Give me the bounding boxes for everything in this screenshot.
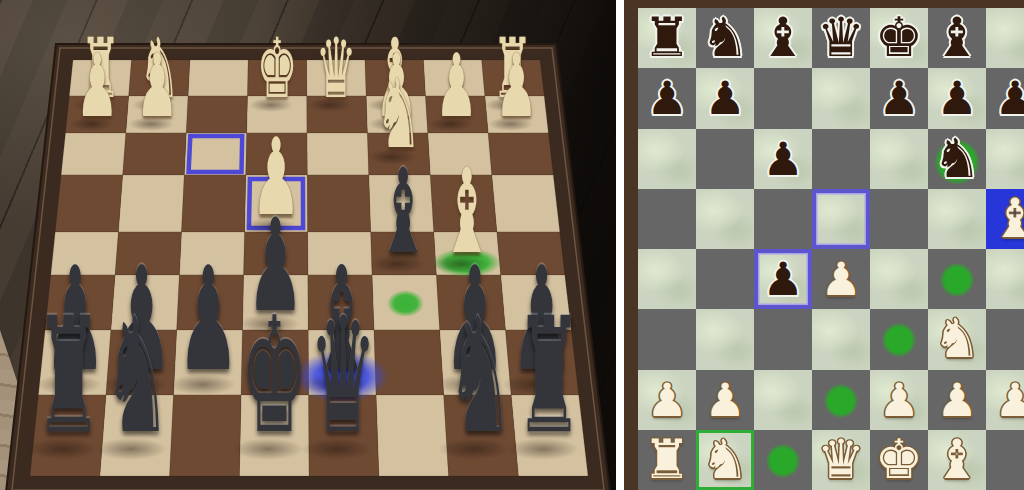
piece-2d-black-knight-f6[interactable]: ♞ bbox=[928, 129, 986, 189]
square-3d-f2[interactable] bbox=[186, 96, 247, 133]
square-2d-b5[interactable] bbox=[696, 189, 754, 249]
square-2d-g8[interactable] bbox=[986, 8, 1024, 68]
piece-2d-black-queen-d8[interactable]: ♛ bbox=[812, 8, 870, 68]
piece-2d-white-knight-b1[interactable]: ♞ bbox=[696, 430, 754, 490]
piece-2d-black-pawn-e7[interactable]: ♟ bbox=[870, 68, 928, 128]
square-2d-c2[interactable] bbox=[754, 370, 812, 430]
last-move-from-d5 bbox=[812, 189, 870, 249]
piece-2d-white-pawn-e2[interactable]: ♟ bbox=[870, 370, 928, 430]
piece-3d-black-queen-d8[interactable]: ♛ bbox=[309, 297, 377, 457]
square-2d-g4[interactable] bbox=[986, 249, 1024, 309]
piece-2d-black-pawn-f7[interactable]: ♟ bbox=[928, 68, 986, 128]
square-3d-a3[interactable] bbox=[488, 133, 553, 175]
square-3d-h4[interactable] bbox=[55, 175, 122, 232]
square-3d-f8[interactable] bbox=[170, 395, 242, 476]
move-dot-2d-d2[interactable] bbox=[824, 384, 858, 418]
piece-2d-black-pawn-b7[interactable]: ♟ bbox=[696, 68, 754, 128]
piece-2d-white-knight-f3[interactable]: ♞ bbox=[928, 309, 986, 369]
square-2d-d6[interactable] bbox=[812, 129, 870, 189]
square-2d-f5[interactable] bbox=[928, 189, 986, 249]
square-3d-f1[interactable] bbox=[188, 60, 248, 96]
square-2d-g3[interactable] bbox=[986, 309, 1024, 369]
square-2d-d3[interactable] bbox=[812, 309, 870, 369]
square-3d-a4[interactable] bbox=[492, 175, 560, 232]
piece-3d-black-pawn-f7[interactable]: ♟ bbox=[177, 248, 240, 391]
square-3d-g4[interactable] bbox=[118, 175, 184, 232]
square-3d-f3[interactable] bbox=[184, 133, 246, 175]
board-2d-panel[interactable]: ♜♞♝♛♚♝♜♟♟♟♟♟♟♟♞♟♟♝♞♟♟♟♟♟♟♜♞♛♚♝♜ bbox=[616, 0, 1024, 490]
square-2d-c3[interactable] bbox=[754, 309, 812, 369]
square-3d-d3[interactable] bbox=[307, 133, 369, 175]
square-2d-a4[interactable] bbox=[638, 249, 696, 309]
square-2d-e6[interactable] bbox=[870, 129, 928, 189]
square-2d-b3[interactable] bbox=[696, 309, 754, 369]
board-3d-panel[interactable]: ♜♜♞♝♛♚♟♟♟♟♟♞♟♝♝♟♝♟♟♟♟♟♜♜♞♞♛♚ bbox=[0, 0, 616, 490]
square-3d-f4[interactable] bbox=[181, 175, 245, 232]
piece-3d-white-pawn-a2[interactable]: ♟ bbox=[495, 41, 538, 128]
piece-3d-black-knight-b8[interactable]: ♞ bbox=[446, 297, 514, 457]
piece-2d-white-pawn-f2[interactable]: ♟ bbox=[928, 370, 986, 430]
piece-3d-white-pawn-g2[interactable]: ♟ bbox=[136, 41, 179, 128]
square-2d-b6[interactable] bbox=[696, 129, 754, 189]
square-3d-c8[interactable] bbox=[376, 395, 449, 476]
square-2d-c7[interactable] bbox=[754, 68, 812, 128]
square-2d-d7[interactable] bbox=[812, 68, 870, 128]
square-2d-b4[interactable] bbox=[696, 249, 754, 309]
move-dot-2d-f4[interactable] bbox=[940, 263, 974, 297]
piece-2d-black-king-e8[interactable]: ♚ bbox=[870, 8, 928, 68]
piece-2d-black-bishop-f8[interactable]: ♝ bbox=[928, 8, 986, 68]
square-2d-a6[interactable] bbox=[638, 129, 696, 189]
piece-2d-white-king-e1[interactable]: ♚ bbox=[870, 430, 928, 490]
piece-2d-black-pawn-c4[interactable]: ♟ bbox=[754, 249, 812, 309]
piece-2d-black-rook-a8[interactable]: ♜ bbox=[638, 8, 696, 68]
piece-2d-black-bishop-c8[interactable]: ♝ bbox=[754, 8, 812, 68]
piece-2d-white-rook-a1[interactable]: ♜ bbox=[638, 430, 696, 490]
piece-3d-black-king-e8[interactable]: ♚ bbox=[240, 297, 308, 457]
square-2d-a5[interactable] bbox=[638, 189, 696, 249]
piece-2d-black-pawn-a7[interactable]: ♟ bbox=[638, 68, 696, 128]
piece-2d-black-pawn-g7[interactable]: ♟ bbox=[986, 68, 1024, 128]
square-3d-d4[interactable] bbox=[307, 175, 370, 232]
piece-3d-black-bishop-c5[interactable]: ♝ bbox=[376, 153, 430, 270]
move-dot-2d-c1[interactable] bbox=[766, 444, 800, 478]
piece-2d-white-queen-d1[interactable]: ♛ bbox=[812, 430, 870, 490]
move-dot-2d-e3[interactable] bbox=[882, 323, 916, 357]
square-2d-e4[interactable] bbox=[870, 249, 928, 309]
piece-2d-white-pawn-d4[interactable]: ♟ bbox=[812, 249, 870, 309]
piece-2d-white-bishop-f1[interactable]: ♝ bbox=[928, 430, 986, 490]
square-3d-h3[interactable] bbox=[61, 133, 126, 175]
square-2d-e5[interactable] bbox=[870, 189, 928, 249]
chess-app-screenshot: ♜♜♞♝♛♚♟♟♟♟♟♞♟♝♝♟♝♟♟♟♟♟♜♜♞♞♛♚ ♜♞♝♛♚♝♜♟♟♟♟… bbox=[0, 0, 1024, 490]
panel-divider bbox=[616, 0, 624, 490]
move-dot-3d-c6[interactable] bbox=[387, 290, 424, 317]
piece-3d-black-knight-g8[interactable]: ♞ bbox=[103, 297, 171, 457]
square-2d-a3[interactable] bbox=[638, 309, 696, 369]
piece-3d-white-pawn-b2[interactable]: ♟ bbox=[435, 41, 478, 128]
square-3d-g3[interactable] bbox=[123, 133, 187, 175]
piece-2d-white-pawn-b2[interactable]: ♟ bbox=[696, 370, 754, 430]
piece-2d-white-pawn-a2[interactable]: ♟ bbox=[638, 370, 696, 430]
piece-3d-white-pawn-h2[interactable]: ♟ bbox=[76, 41, 119, 128]
square-2d-c5[interactable] bbox=[754, 189, 812, 249]
piece-3d-white-king-e1[interactable]: ♚ bbox=[257, 27, 298, 110]
piece-3d-black-rook-a8[interactable]: ♜ bbox=[515, 297, 583, 457]
square-2d-g6[interactable] bbox=[986, 129, 1024, 189]
piece-2d-black-pawn-c6[interactable]: ♟ bbox=[754, 129, 812, 189]
piece-3d-black-rook-h8[interactable]: ♜ bbox=[34, 297, 102, 457]
piece-2d-white-pawn-g2[interactable]: ♟ bbox=[986, 370, 1024, 430]
piece-3d-white-queen-d1[interactable]: ♛ bbox=[315, 27, 356, 110]
piece-2d-black-knight-b8[interactable]: ♞ bbox=[696, 8, 754, 68]
square-2d-g1[interactable] bbox=[986, 430, 1024, 490]
piece-2d-white-bishop-g5[interactable]: ♝ bbox=[986, 189, 1024, 249]
